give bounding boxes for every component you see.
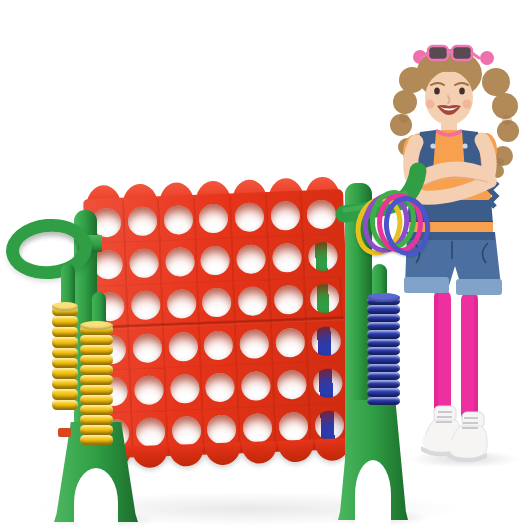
empty-hole xyxy=(170,374,200,404)
stack-yellow-back xyxy=(52,306,78,410)
blue-disc xyxy=(367,364,400,372)
cell-r5-c5[interactable] xyxy=(237,364,274,408)
yellow-disc xyxy=(80,415,113,425)
empty-hole xyxy=(171,416,201,446)
cell-r4-c5[interactable] xyxy=(236,322,273,366)
cell-r3-c2[interactable] xyxy=(127,284,164,328)
empty-hole xyxy=(207,415,237,445)
empty-hole xyxy=(306,199,336,229)
cell-r4-c3[interactable] xyxy=(164,325,201,369)
cell-r3-c6[interactable] xyxy=(270,278,307,322)
cell-r1-c5[interactable] xyxy=(231,195,268,239)
right-leg-arch xyxy=(355,460,391,530)
cell-r5-c7[interactable] xyxy=(309,361,346,405)
cell-r3-c4[interactable] xyxy=(199,281,236,325)
empty-hole xyxy=(241,371,271,401)
cell-r5-c6[interactable] xyxy=(273,363,310,407)
empty-hole xyxy=(312,368,342,398)
cell-r3-c5[interactable] xyxy=(234,280,271,324)
empty-hole xyxy=(314,411,344,441)
cell-r1-c2[interactable] xyxy=(124,199,161,243)
cell-r2-c6[interactable] xyxy=(268,236,305,280)
yellow-disc xyxy=(52,337,78,347)
cell-r3-c7[interactable] xyxy=(306,277,343,321)
scallop-bump xyxy=(278,439,314,462)
blue-disc xyxy=(367,297,400,305)
empty-hole xyxy=(131,291,161,321)
left-leg-arch xyxy=(74,468,118,530)
blue-disc xyxy=(367,314,400,322)
cell-r3-c3[interactable] xyxy=(163,282,200,326)
cell-r4-c2[interactable] xyxy=(129,326,166,370)
empty-hole xyxy=(278,412,308,442)
empty-hole xyxy=(308,241,338,271)
cell-r4-c6[interactable] xyxy=(272,321,309,365)
empty-hole xyxy=(311,326,341,356)
brand-sticker xyxy=(58,428,71,437)
cell-r5-c4[interactable] xyxy=(202,366,239,410)
cell-r2-c7[interactable] xyxy=(304,235,341,279)
yellow-disc xyxy=(52,389,78,399)
scallop-bump xyxy=(241,441,277,464)
cell-r2-c4[interactable] xyxy=(197,239,234,283)
cell-r2-c5[interactable] xyxy=(233,237,270,281)
blue-disc xyxy=(367,388,400,396)
empty-hole xyxy=(270,200,300,230)
yellow-disc xyxy=(52,368,78,378)
cell-r1-c4[interactable] xyxy=(195,196,232,240)
empty-hole xyxy=(168,331,198,361)
blue-disc xyxy=(367,355,400,363)
yellow-disc xyxy=(80,365,113,375)
blue-disc xyxy=(367,397,400,405)
yellow-disc xyxy=(80,325,113,335)
yellow-disc xyxy=(52,400,78,410)
cell-r1-c7[interactable] xyxy=(302,192,339,236)
empty-hole xyxy=(243,413,273,443)
cell-r2-c3[interactable] xyxy=(161,240,198,284)
blue-disc xyxy=(367,372,400,380)
yellow-disc xyxy=(52,327,78,337)
cell-r4-c4[interactable] xyxy=(200,323,237,367)
yellow-disc xyxy=(52,379,78,389)
yellow-disc xyxy=(52,348,78,358)
empty-hole xyxy=(199,203,229,233)
blue-disc xyxy=(367,339,400,347)
ring-toss-rings xyxy=(356,188,436,264)
yellow-disc xyxy=(80,425,113,435)
empty-hole xyxy=(202,288,232,318)
cell-r1-c3[interactable] xyxy=(160,198,197,242)
empty-hole xyxy=(205,372,235,402)
cell-r2-c2[interactable] xyxy=(126,241,163,285)
empty-hole xyxy=(165,247,195,277)
yellow-disc xyxy=(80,405,113,415)
connect-four-board-assembly xyxy=(83,189,353,459)
sneakers xyxy=(421,406,487,462)
yellow-disc xyxy=(80,385,113,395)
yellow-disc xyxy=(80,435,113,445)
yellow-disc xyxy=(80,345,113,355)
scallop-bump xyxy=(132,445,168,468)
cell-r4-c7[interactable] xyxy=(307,319,344,363)
scallop-bump xyxy=(168,444,204,467)
scallop-bump xyxy=(205,442,241,465)
empty-hole xyxy=(129,248,159,278)
yellow-disc xyxy=(52,316,78,326)
empty-hole xyxy=(132,333,162,363)
yellow-disc xyxy=(80,355,113,365)
blue-disc xyxy=(367,380,400,388)
empty-hole xyxy=(236,244,266,274)
empty-hole xyxy=(128,206,158,236)
tights-legs xyxy=(434,290,478,422)
product-photo-scene xyxy=(0,0,530,530)
blue-disc xyxy=(367,330,400,338)
empty-hole xyxy=(235,202,265,232)
empty-hole xyxy=(275,327,305,357)
cell-r1-c6[interactable] xyxy=(267,194,304,238)
empty-hole xyxy=(204,330,234,360)
cell-r5-c2[interactable] xyxy=(130,368,167,412)
blue-disc xyxy=(367,347,400,355)
yellow-disc xyxy=(52,358,78,368)
cell-r5-c3[interactable] xyxy=(166,367,203,411)
empty-hole xyxy=(277,370,307,400)
stack-yellow-front xyxy=(80,325,113,445)
empty-hole xyxy=(309,284,339,314)
yellow-disc xyxy=(80,375,113,385)
empty-hole xyxy=(239,329,269,359)
empty-hole xyxy=(163,205,193,235)
yellow-disc xyxy=(80,395,113,405)
yellow-disc xyxy=(80,335,113,345)
empty-hole xyxy=(238,286,268,316)
blue-disc xyxy=(367,305,400,313)
stack-blue xyxy=(367,297,400,405)
blue-disc xyxy=(367,322,400,330)
empty-hole xyxy=(272,243,302,273)
empty-hole xyxy=(201,245,231,275)
empty-hole xyxy=(134,375,164,405)
empty-hole xyxy=(93,250,123,280)
empty-hole xyxy=(166,289,196,319)
empty-hole xyxy=(136,417,166,447)
empty-hole xyxy=(274,285,304,315)
yellow-disc xyxy=(52,306,78,316)
